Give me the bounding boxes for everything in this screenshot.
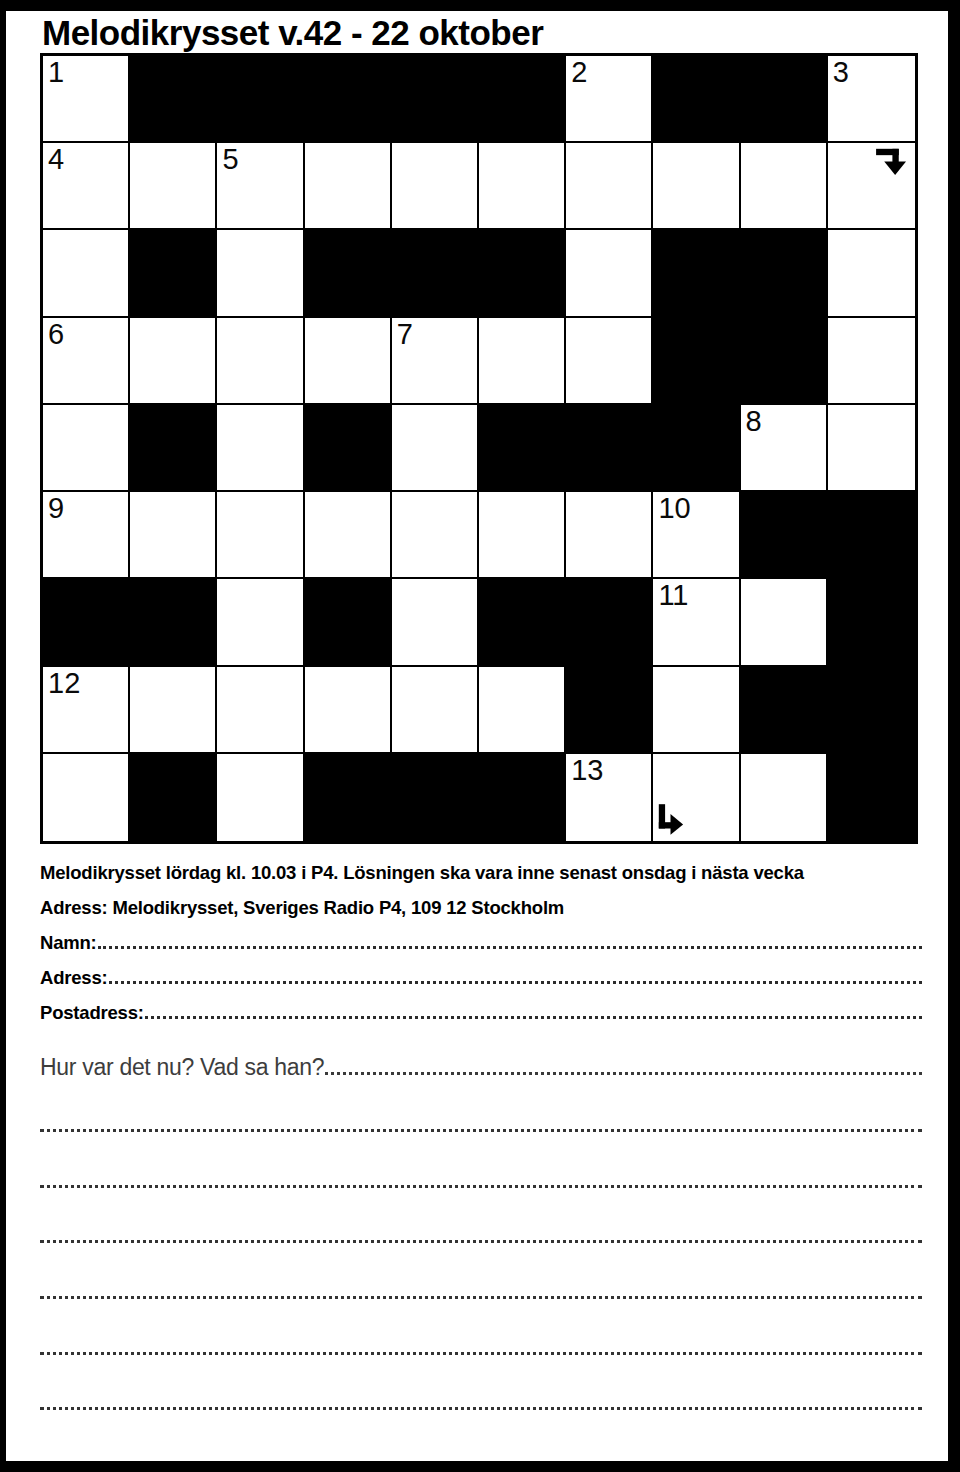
grid-cell-r3c3[interactable] xyxy=(217,230,304,317)
grid-cell-r2c3[interactable]: 5 xyxy=(217,143,304,230)
grid-cell-r3c4-black xyxy=(305,230,392,317)
grid-cell-r1c6-black xyxy=(479,56,566,143)
puzzle-page: Melodikrysset v.42 - 22 oktober 12345678… xyxy=(0,0,960,1472)
address-label: Adress: xyxy=(40,967,108,989)
grid-cell-r4c4[interactable] xyxy=(305,318,392,405)
page-title: Melodikrysset v.42 - 22 oktober xyxy=(42,13,543,53)
grid-cell-r6c2[interactable] xyxy=(130,492,217,579)
grid-cell-r9c1[interactable] xyxy=(43,754,130,841)
grid-cell-r3c9-black xyxy=(741,230,828,317)
question-text: Hur var det nu? Vad sa han? xyxy=(40,1054,324,1081)
grid-cell-r9c2-black xyxy=(130,754,217,841)
grid-cell-r3c5-black xyxy=(392,230,479,317)
grid-cell-r6c9-black xyxy=(741,492,828,579)
grid-cell-r5c2-black xyxy=(130,405,217,492)
grid-cell-r1c4-black xyxy=(305,56,392,143)
clue-number-11: 11 xyxy=(658,580,688,612)
crossword-grid: 12345678910111213 xyxy=(40,53,918,844)
grid-cell-r1c3-black xyxy=(217,56,304,143)
grid-cell-r7c1-black xyxy=(43,579,130,666)
grid-cell-r3c1[interactable] xyxy=(43,230,130,317)
grid-cell-r9c6-black xyxy=(479,754,566,841)
answer-line-3[interactable] xyxy=(40,1240,922,1243)
grid-cell-r1c5-black xyxy=(392,56,479,143)
mailing-address-text: Adress: Melodikrysset, Sveriges Radio P4… xyxy=(40,897,564,919)
broadcast-info-line: Melodikrysset lördag kl. 10.03 i P4. Lös… xyxy=(40,862,922,884)
grid-cell-r4c7[interactable] xyxy=(566,318,653,405)
grid-cell-r6c10-black xyxy=(828,492,915,579)
grid-cell-r6c8[interactable]: 10 xyxy=(653,492,740,579)
name-input-line[interactable] xyxy=(98,946,922,949)
grid-cell-r3c10[interactable] xyxy=(828,230,915,317)
grid-cell-r5c10[interactable] xyxy=(828,405,915,492)
grid-cell-r6c3[interactable] xyxy=(217,492,304,579)
grid-cell-r3c7[interactable] xyxy=(566,230,653,317)
grid-cell-r1c2-black xyxy=(130,56,217,143)
grid-cell-r1c8-black xyxy=(653,56,740,143)
grid-cell-r5c4-black xyxy=(305,405,392,492)
grid-cell-r5c6-black xyxy=(479,405,566,492)
grid-cell-r4c6[interactable] xyxy=(479,318,566,405)
grid-cell-r3c2-black xyxy=(130,230,217,317)
grid-cell-r7c7-black xyxy=(566,579,653,666)
grid-cell-r4c10[interactable] xyxy=(828,318,915,405)
clue-number-8: 8 xyxy=(746,406,762,438)
postal-address-label: Postadress: xyxy=(40,1002,144,1024)
grid-cell-r6c5[interactable] xyxy=(392,492,479,579)
answer-line-6[interactable] xyxy=(40,1407,922,1410)
grid-cell-r5c5[interactable] xyxy=(392,405,479,492)
grid-cell-r8c4[interactable] xyxy=(305,667,392,754)
mailing-address-line: Adress: Melodikrysset, Sveriges Radio P4… xyxy=(40,897,922,919)
grid-cell-r9c5-black xyxy=(392,754,479,841)
clue-number-4: 4 xyxy=(48,144,64,176)
grid-cell-r7c2-black xyxy=(130,579,217,666)
grid-cell-r7c6-black xyxy=(479,579,566,666)
grid-cell-r8c5[interactable] xyxy=(392,667,479,754)
address-field: Adress: xyxy=(40,967,922,989)
grid-cell-r2c8[interactable] xyxy=(653,143,740,230)
grid-cell-r2c9[interactable] xyxy=(741,143,828,230)
answer-line-4[interactable] xyxy=(40,1296,922,1299)
broadcast-info-text: Melodikrysset lördag kl. 10.03 i P4. Lös… xyxy=(40,862,804,884)
clue-number-12: 12 xyxy=(48,668,80,700)
grid-cell-r8c6[interactable] xyxy=(479,667,566,754)
grid-cell-r6c4[interactable] xyxy=(305,492,392,579)
grid-cell-r9c7[interactable]: 13 xyxy=(566,754,653,841)
answer-line-5[interactable] xyxy=(40,1352,922,1355)
grid-cell-r9c10-black xyxy=(828,754,915,841)
grid-cell-r7c9[interactable] xyxy=(741,579,828,666)
grid-cell-r9c3[interactable] xyxy=(217,754,304,841)
grid-cell-r2c5[interactable] xyxy=(392,143,479,230)
grid-cell-r6c1[interactable]: 9 xyxy=(43,492,130,579)
answer-line-1[interactable] xyxy=(40,1129,922,1132)
grid-cell-r8c3[interactable] xyxy=(217,667,304,754)
grid-cell-r5c9[interactable]: 8 xyxy=(741,405,828,492)
address-input-line[interactable] xyxy=(109,981,923,984)
clue-number-2: 2 xyxy=(571,57,587,89)
grid-cell-r9c4-black xyxy=(305,754,392,841)
postal-address-input-line[interactable] xyxy=(145,1016,922,1019)
grid-cell-r2c6[interactable] xyxy=(479,143,566,230)
grid-cell-r1c9-black xyxy=(741,56,828,143)
grid-cell-r7c5[interactable] xyxy=(392,579,479,666)
grid-cell-r5c1[interactable] xyxy=(43,405,130,492)
grid-cell-r5c3[interactable] xyxy=(217,405,304,492)
clue-number-13: 13 xyxy=(571,755,603,787)
grid-cell-r4c3[interactable] xyxy=(217,318,304,405)
grid-cell-r2c1[interactable]: 4 xyxy=(43,143,130,230)
grid-cell-r3c8-black xyxy=(653,230,740,317)
turn-down-arrow-icon xyxy=(876,147,907,176)
answer-line-2[interactable] xyxy=(40,1185,922,1188)
grid-cell-r4c8-black xyxy=(653,318,740,405)
postal-address-field: Postadress: xyxy=(40,1002,922,1024)
grid-cell-r4c9-black xyxy=(741,318,828,405)
grid-cell-r3c6-black xyxy=(479,230,566,317)
grid-cell-r4c1[interactable]: 6 xyxy=(43,318,130,405)
question-field: Hur var det nu? Vad sa han? xyxy=(40,1054,922,1081)
grid-cell-r7c4-black xyxy=(305,579,392,666)
grid-cell-r7c3[interactable] xyxy=(217,579,304,666)
clue-number-9: 9 xyxy=(48,493,64,525)
grid-cell-r2c4[interactable] xyxy=(305,143,392,230)
name-label: Namn: xyxy=(40,932,97,954)
grid-cell-r1c7[interactable]: 2 xyxy=(566,56,653,143)
grid-cell-r8c10-black xyxy=(828,667,915,754)
grid-cell-r7c8[interactable]: 11 xyxy=(653,579,740,666)
clue-number-3: 3 xyxy=(833,57,849,89)
grid-cell-r7c10-black xyxy=(828,579,915,666)
clue-number-1: 1 xyxy=(48,57,64,89)
clue-number-7: 7 xyxy=(397,319,413,351)
grid-cell-r1c10[interactable]: 3 xyxy=(828,56,915,143)
grid-cell-r2c10[interactable] xyxy=(828,143,915,230)
grid-cell-r8c9-black xyxy=(741,667,828,754)
grid-cell-r6c6[interactable] xyxy=(479,492,566,579)
grid-cell-r2c2[interactable] xyxy=(130,143,217,230)
grid-cell-r8c8[interactable] xyxy=(653,667,740,754)
grid-cell-r6c7[interactable] xyxy=(566,492,653,579)
grid-cell-r5c7-black xyxy=(566,405,653,492)
grid-cell-r4c5[interactable]: 7 xyxy=(392,318,479,405)
grid-cell-r9c9[interactable] xyxy=(741,754,828,841)
clue-number-5: 5 xyxy=(222,144,238,176)
question-answer-line[interactable] xyxy=(325,1072,922,1075)
grid-cell-r2c7[interactable] xyxy=(566,143,653,230)
turn-right-arrow-icon xyxy=(657,804,684,835)
clue-number-6: 6 xyxy=(48,319,64,351)
name-field: Namn: xyxy=(40,932,922,954)
grid-cell-r8c1[interactable]: 12 xyxy=(43,667,130,754)
grid-cell-r8c7-black xyxy=(566,667,653,754)
grid-cell-r1c1[interactable]: 1 xyxy=(43,56,130,143)
grid-cell-r9c8[interactable] xyxy=(653,754,740,841)
grid-cell-r8c2[interactable] xyxy=(130,667,217,754)
grid-cell-r5c8-black xyxy=(653,405,740,492)
grid-cell-r4c2[interactable] xyxy=(130,318,217,405)
clue-number-10: 10 xyxy=(658,493,690,525)
